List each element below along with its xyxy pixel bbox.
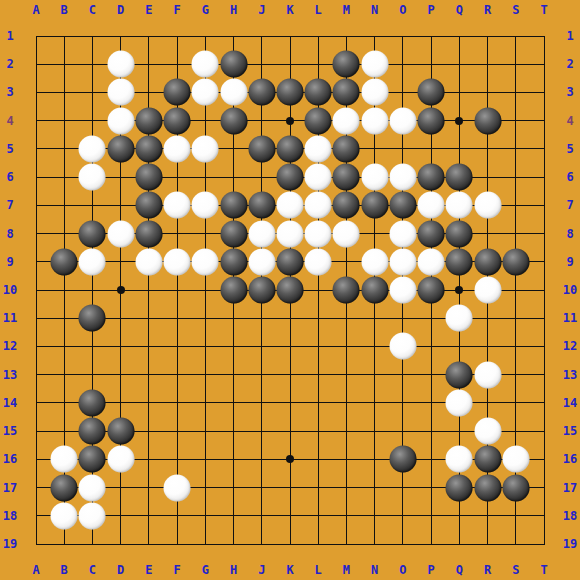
black-stone-F4[interactable] — [164, 107, 191, 134]
white-stone-Q7[interactable] — [446, 192, 473, 219]
black-stone-P6[interactable] — [418, 164, 445, 191]
white-stone-L7[interactable] — [305, 192, 332, 219]
black-stone-E5[interactable] — [135, 135, 162, 162]
column-label-top-M: M — [343, 4, 350, 16]
go-board[interactable]: AABBCCDDEEFFGGHHJJKKLLMMNNOOPPQQRRSSTT11… — [0, 0, 580, 580]
row-label-right-19: 19 — [563, 538, 577, 550]
black-stone-H8[interactable] — [220, 220, 247, 247]
black-stone-C11[interactable] — [79, 305, 106, 332]
black-stone-J7[interactable] — [248, 192, 275, 219]
white-stone-B16[interactable] — [51, 446, 78, 473]
column-label-bottom-E: E — [145, 564, 152, 576]
white-stone-D2[interactable] — [107, 51, 134, 78]
column-label-bottom-O: O — [399, 564, 406, 576]
white-stone-M4[interactable] — [333, 107, 360, 134]
white-stone-G9[interactable] — [192, 248, 219, 275]
black-stone-K10[interactable] — [277, 277, 304, 304]
black-stone-L3[interactable] — [305, 79, 332, 106]
black-stone-O7[interactable] — [389, 192, 416, 219]
black-stone-C16[interactable] — [79, 446, 106, 473]
black-stone-R4[interactable] — [474, 107, 501, 134]
star-point — [455, 286, 463, 294]
black-stone-H4[interactable] — [220, 107, 247, 134]
row-label-left-9: 9 — [6, 256, 13, 268]
white-stone-R13[interactable] — [474, 361, 501, 388]
white-stone-D3[interactable] — [107, 79, 134, 106]
white-stone-J8[interactable] — [248, 220, 275, 247]
white-stone-G5[interactable] — [192, 135, 219, 162]
column-label-bottom-H: H — [230, 564, 237, 576]
white-stone-C18[interactable] — [79, 502, 106, 529]
white-stone-D8[interactable] — [107, 220, 134, 247]
column-label-bottom-G: G — [202, 564, 209, 576]
column-label-top-A: A — [32, 4, 39, 16]
white-stone-P9[interactable] — [418, 248, 445, 275]
white-stone-J9[interactable] — [248, 248, 275, 275]
white-stone-R15[interactable] — [474, 418, 501, 445]
column-label-top-N: N — [371, 4, 378, 16]
row-label-right-16: 16 — [563, 453, 577, 465]
black-stone-M6[interactable] — [333, 164, 360, 191]
white-stone-Q14[interactable] — [446, 389, 473, 416]
row-label-right-5: 5 — [566, 143, 573, 155]
row-label-right-1: 1 — [566, 30, 573, 42]
column-label-bottom-C: C — [89, 564, 96, 576]
black-stone-P8[interactable] — [418, 220, 445, 247]
white-stone-O10[interactable] — [389, 277, 416, 304]
row-label-left-1: 1 — [6, 30, 13, 42]
star-point — [286, 117, 294, 125]
black-stone-N7[interactable] — [361, 192, 388, 219]
black-stone-E8[interactable] — [135, 220, 162, 247]
black-stone-H9[interactable] — [220, 248, 247, 275]
grid-line-horizontal — [36, 515, 545, 516]
grid-line-vertical — [544, 36, 545, 545]
white-stone-F9[interactable] — [164, 248, 191, 275]
row-label-left-5: 5 — [6, 143, 13, 155]
star-point — [455, 117, 463, 125]
white-stone-S16[interactable] — [502, 446, 529, 473]
row-label-right-18: 18 — [563, 510, 577, 522]
white-stone-L6[interactable] — [305, 164, 332, 191]
row-label-left-14: 14 — [3, 397, 17, 409]
black-stone-K5[interactable] — [277, 135, 304, 162]
row-label-left-10: 10 — [3, 284, 17, 296]
column-label-bottom-S: S — [512, 564, 519, 576]
black-stone-N10[interactable] — [361, 277, 388, 304]
row-label-right-4: 4 — [566, 115, 573, 127]
star-point — [117, 286, 125, 294]
black-stone-P3[interactable] — [418, 79, 445, 106]
grid-line-horizontal — [36, 544, 545, 545]
black-stone-C15[interactable] — [79, 418, 106, 445]
white-stone-G3[interactable] — [192, 79, 219, 106]
row-label-left-4: 4 — [6, 115, 13, 127]
black-stone-K3[interactable] — [277, 79, 304, 106]
column-label-top-K: K — [286, 4, 293, 16]
white-stone-P7[interactable] — [418, 192, 445, 219]
white-stone-F5[interactable] — [164, 135, 191, 162]
black-stone-Q8[interactable] — [446, 220, 473, 247]
black-stone-M5[interactable] — [333, 135, 360, 162]
column-label-top-J: J — [258, 4, 265, 16]
white-stone-L8[interactable] — [305, 220, 332, 247]
white-stone-O9[interactable] — [389, 248, 416, 275]
row-label-right-8: 8 — [566, 228, 573, 240]
row-label-right-6: 6 — [566, 171, 573, 183]
row-label-right-10: 10 — [563, 284, 577, 296]
column-label-top-C: C — [89, 4, 96, 16]
white-stone-O4[interactable] — [389, 107, 416, 134]
white-stone-B18[interactable] — [51, 502, 78, 529]
row-label-left-2: 2 — [6, 58, 13, 70]
black-stone-S17[interactable] — [502, 474, 529, 501]
black-stone-C14[interactable] — [79, 389, 106, 416]
column-label-top-Q: Q — [456, 4, 463, 16]
column-label-bottom-Q: Q — [456, 564, 463, 576]
column-label-top-D: D — [117, 4, 124, 16]
column-label-bottom-P: P — [427, 564, 434, 576]
column-label-top-G: G — [202, 4, 209, 16]
white-stone-G7[interactable] — [192, 192, 219, 219]
white-stone-D4[interactable] — [107, 107, 134, 134]
grid-line-horizontal — [36, 346, 545, 347]
black-stone-J10[interactable] — [248, 277, 275, 304]
column-label-bottom-L: L — [315, 564, 322, 576]
row-label-left-6: 6 — [6, 171, 13, 183]
black-stone-C8[interactable] — [79, 220, 106, 247]
white-stone-C9[interactable] — [79, 248, 106, 275]
white-stone-N3[interactable] — [361, 79, 388, 106]
column-label-top-F: F — [173, 4, 180, 16]
black-stone-Q9[interactable] — [446, 248, 473, 275]
column-label-top-H: H — [230, 4, 237, 16]
row-label-left-7: 7 — [6, 199, 13, 211]
black-stone-S9[interactable] — [502, 248, 529, 275]
black-stone-J3[interactable] — [248, 79, 275, 106]
black-stone-Q17[interactable] — [446, 474, 473, 501]
black-stone-R17[interactable] — [474, 474, 501, 501]
row-label-left-8: 8 — [6, 228, 13, 240]
row-label-right-14: 14 — [563, 397, 577, 409]
white-stone-C6[interactable] — [79, 164, 106, 191]
black-stone-B17[interactable] — [51, 474, 78, 501]
white-stone-F7[interactable] — [164, 192, 191, 219]
white-stone-N4[interactable] — [361, 107, 388, 134]
white-stone-O12[interactable] — [389, 333, 416, 360]
black-stone-P10[interactable] — [418, 277, 445, 304]
black-stone-B9[interactable] — [51, 248, 78, 275]
row-label-left-15: 15 — [3, 425, 17, 437]
column-label-bottom-J: J — [258, 564, 265, 576]
column-label-top-L: L — [315, 4, 322, 16]
column-label-top-S: S — [512, 4, 519, 16]
white-stone-H3[interactable] — [220, 79, 247, 106]
white-stone-E9[interactable] — [135, 248, 162, 275]
black-stone-M2[interactable] — [333, 51, 360, 78]
black-stone-P4[interactable] — [418, 107, 445, 134]
column-label-bottom-K: K — [286, 564, 293, 576]
star-point — [286, 455, 294, 463]
column-label-top-E: E — [145, 4, 152, 16]
row-label-right-2: 2 — [566, 58, 573, 70]
white-stone-Q11[interactable] — [446, 305, 473, 332]
black-stone-E6[interactable] — [135, 164, 162, 191]
go-app-window: AABBCCDDEEFFGGHHJJKKLLMMNNOOPPQQRRSSTT11… — [0, 0, 580, 580]
column-label-top-R: R — [484, 4, 491, 16]
white-stone-K8[interactable] — [277, 220, 304, 247]
white-stone-R10[interactable] — [474, 277, 501, 304]
black-stone-E4[interactable] — [135, 107, 162, 134]
row-label-right-17: 17 — [563, 482, 577, 494]
row-label-left-16: 16 — [3, 453, 17, 465]
black-stone-M3[interactable] — [333, 79, 360, 106]
row-label-right-15: 15 — [563, 425, 577, 437]
column-label-bottom-T: T — [540, 564, 547, 576]
row-label-left-11: 11 — [3, 312, 17, 324]
black-stone-R16[interactable] — [474, 446, 501, 473]
black-stone-J5[interactable] — [248, 135, 275, 162]
row-label-right-13: 13 — [563, 369, 577, 381]
white-stone-R7[interactable] — [474, 192, 501, 219]
black-stone-O16[interactable] — [389, 446, 416, 473]
white-stone-O8[interactable] — [389, 220, 416, 247]
column-label-bottom-R: R — [484, 564, 491, 576]
white-stone-Q16[interactable] — [446, 446, 473, 473]
black-stone-L4[interactable] — [305, 107, 332, 134]
black-stone-Q13[interactable] — [446, 361, 473, 388]
black-stone-M10[interactable] — [333, 277, 360, 304]
white-stone-M8[interactable] — [333, 220, 360, 247]
column-label-top-T: T — [540, 4, 547, 16]
row-label-right-11: 11 — [563, 312, 577, 324]
black-stone-K9[interactable] — [277, 248, 304, 275]
row-label-right-3: 3 — [566, 86, 573, 98]
black-stone-F3[interactable] — [164, 79, 191, 106]
white-stone-L5[interactable] — [305, 135, 332, 162]
black-stone-H7[interactable] — [220, 192, 247, 219]
white-stone-N2[interactable] — [361, 51, 388, 78]
column-label-bottom-D: D — [117, 564, 124, 576]
white-stone-L9[interactable] — [305, 248, 332, 275]
row-label-left-13: 13 — [3, 369, 17, 381]
white-stone-K7[interactable] — [277, 192, 304, 219]
white-stone-N9[interactable] — [361, 248, 388, 275]
white-stone-N6[interactable] — [361, 164, 388, 191]
black-stone-D5[interactable] — [107, 135, 134, 162]
column-label-bottom-M: M — [343, 564, 350, 576]
row-label-left-18: 18 — [3, 510, 17, 522]
row-label-left-3: 3 — [6, 86, 13, 98]
black-stone-H10[interactable] — [220, 277, 247, 304]
white-stone-O6[interactable] — [389, 164, 416, 191]
column-label-bottom-A: A — [32, 564, 39, 576]
row-label-left-17: 17 — [3, 482, 17, 494]
white-stone-D16[interactable] — [107, 446, 134, 473]
column-label-top-O: O — [399, 4, 406, 16]
column-label-bottom-B: B — [61, 564, 68, 576]
white-stone-G2[interactable] — [192, 51, 219, 78]
column-label-bottom-F: F — [173, 564, 180, 576]
black-stone-E7[interactable] — [135, 192, 162, 219]
column-label-top-P: P — [427, 4, 434, 16]
black-stone-R9[interactable] — [474, 248, 501, 275]
column-label-top-B: B — [61, 4, 68, 16]
row-label-right-7: 7 — [566, 199, 573, 211]
row-label-right-12: 12 — [563, 340, 577, 352]
row-label-left-19: 19 — [3, 538, 17, 550]
row-label-left-12: 12 — [3, 340, 17, 352]
black-stone-H2[interactable] — [220, 51, 247, 78]
row-label-right-9: 9 — [566, 256, 573, 268]
black-stone-Q6[interactable] — [446, 164, 473, 191]
column-label-bottom-N: N — [371, 564, 378, 576]
black-stone-K6[interactable] — [277, 164, 304, 191]
black-stone-M7[interactable] — [333, 192, 360, 219]
white-stone-C17[interactable] — [79, 474, 106, 501]
white-stone-F17[interactable] — [164, 474, 191, 501]
white-stone-C5[interactable] — [79, 135, 106, 162]
black-stone-D15[interactable] — [107, 418, 134, 445]
